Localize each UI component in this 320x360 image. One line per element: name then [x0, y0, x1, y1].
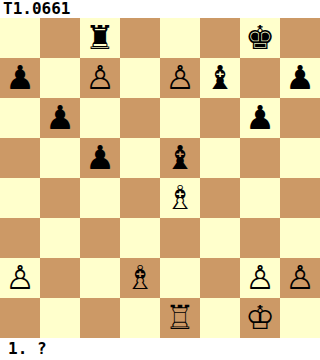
- square-g1[interactable]: ♔: [240, 298, 280, 338]
- white-pawn-icon: ♙: [285, 258, 315, 298]
- square-d4[interactable]: [120, 178, 160, 218]
- square-b2[interactable]: [40, 258, 80, 298]
- white-pawn-icon: ♙: [165, 58, 195, 98]
- square-c2[interactable]: [80, 258, 120, 298]
- white-bishop-icon: ♗: [125, 258, 155, 298]
- square-c7[interactable]: ♙: [80, 58, 120, 98]
- white-pawn-icon: ♙: [245, 258, 275, 298]
- square-a3[interactable]: [0, 218, 40, 258]
- square-h4[interactable]: [280, 178, 320, 218]
- square-b7[interactable]: [40, 58, 80, 98]
- square-d3[interactable]: [120, 218, 160, 258]
- square-d5[interactable]: [120, 138, 160, 178]
- square-e1[interactable]: ♖: [160, 298, 200, 338]
- square-h6[interactable]: [280, 98, 320, 138]
- square-f6[interactable]: [200, 98, 240, 138]
- chess-board: ♜♚♟♙♙♝♟♟♟♟♝♗♙♗♙♙♖♔: [0, 18, 320, 338]
- black-bishop-icon: ♝: [205, 58, 235, 98]
- square-g5[interactable]: [240, 138, 280, 178]
- square-f2[interactable]: [200, 258, 240, 298]
- square-c3[interactable]: [80, 218, 120, 258]
- square-f5[interactable]: [200, 138, 240, 178]
- square-h2[interactable]: ♙: [280, 258, 320, 298]
- square-a5[interactable]: [0, 138, 40, 178]
- square-h7[interactable]: ♟: [280, 58, 320, 98]
- square-h5[interactable]: [280, 138, 320, 178]
- move-prompt: 1. ?: [0, 338, 320, 360]
- square-h8[interactable]: [280, 18, 320, 58]
- chess-puzzle-screen: T1.0661 ♜♚♟♙♙♝♟♟♟♟♝♗♙♗♙♙♖♔ 1. ?: [0, 0, 320, 360]
- square-b6[interactable]: ♟: [40, 98, 80, 138]
- white-bishop-icon: ♗: [165, 178, 195, 218]
- square-f7[interactable]: ♝: [200, 58, 240, 98]
- square-g4[interactable]: [240, 178, 280, 218]
- black-bishop-icon: ♝: [165, 138, 195, 178]
- white-pawn-icon: ♙: [85, 58, 115, 98]
- black-rook-icon: ♜: [85, 18, 115, 58]
- square-f4[interactable]: [200, 178, 240, 218]
- square-g2[interactable]: ♙: [240, 258, 280, 298]
- black-pawn-icon: ♟: [85, 138, 115, 178]
- square-a7[interactable]: ♟: [0, 58, 40, 98]
- square-e4[interactable]: ♗: [160, 178, 200, 218]
- square-d1[interactable]: [120, 298, 160, 338]
- square-g8[interactable]: ♚: [240, 18, 280, 58]
- square-f3[interactable]: [200, 218, 240, 258]
- square-c8[interactable]: ♜: [80, 18, 120, 58]
- square-c4[interactable]: [80, 178, 120, 218]
- black-king-icon: ♚: [245, 18, 275, 58]
- black-pawn-icon: ♟: [5, 58, 35, 98]
- black-pawn-icon: ♟: [45, 98, 75, 138]
- square-d6[interactable]: [120, 98, 160, 138]
- white-rook-icon: ♖: [165, 298, 195, 338]
- puzzle-id: T1.0661: [0, 0, 320, 18]
- square-a6[interactable]: [0, 98, 40, 138]
- square-a2[interactable]: ♙: [0, 258, 40, 298]
- square-c1[interactable]: [80, 298, 120, 338]
- square-b1[interactable]: [40, 298, 80, 338]
- square-e2[interactable]: [160, 258, 200, 298]
- square-h3[interactable]: [280, 218, 320, 258]
- square-c6[interactable]: [80, 98, 120, 138]
- square-d8[interactable]: [120, 18, 160, 58]
- square-e3[interactable]: [160, 218, 200, 258]
- square-a4[interactable]: [0, 178, 40, 218]
- square-g6[interactable]: ♟: [240, 98, 280, 138]
- square-f8[interactable]: [200, 18, 240, 58]
- square-b4[interactable]: [40, 178, 80, 218]
- square-d2[interactable]: ♗: [120, 258, 160, 298]
- square-e6[interactable]: [160, 98, 200, 138]
- black-pawn-icon: ♟: [285, 58, 315, 98]
- square-c5[interactable]: ♟: [80, 138, 120, 178]
- square-g3[interactable]: [240, 218, 280, 258]
- white-king-icon: ♔: [245, 298, 275, 338]
- square-a1[interactable]: [0, 298, 40, 338]
- square-d7[interactable]: [120, 58, 160, 98]
- square-b8[interactable]: [40, 18, 80, 58]
- white-pawn-icon: ♙: [5, 258, 35, 298]
- square-b5[interactable]: [40, 138, 80, 178]
- square-h1[interactable]: [280, 298, 320, 338]
- square-g7[interactable]: [240, 58, 280, 98]
- black-pawn-icon: ♟: [245, 98, 275, 138]
- square-e8[interactable]: [160, 18, 200, 58]
- square-f1[interactable]: [200, 298, 240, 338]
- square-e5[interactable]: ♝: [160, 138, 200, 178]
- square-a8[interactable]: [0, 18, 40, 58]
- square-b3[interactable]: [40, 218, 80, 258]
- square-e7[interactable]: ♙: [160, 58, 200, 98]
